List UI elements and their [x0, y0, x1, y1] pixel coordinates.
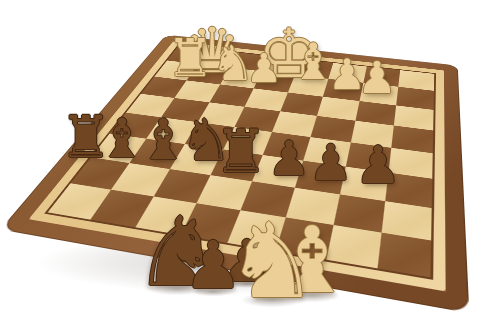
black-rook-d5: ♜ [214, 121, 268, 181]
white-knight-table: ♞ [225, 209, 318, 311]
pieces-layer: ♜♛♞♟♚♝♟♟♜♝♝♞♜♟♟♟♞♟♟♞♝ [0, 0, 500, 311]
black-pawn-b5: ♟ [309, 138, 354, 188]
white-rook-h2: ♜ [167, 32, 214, 84]
chess-set-photo: ♜♛♞♟♚♝♟♟♜♝♝♞♜♟♟♟♞♟♟♞♝ [0, 0, 500, 311]
black-pawn-c5: ♟ [267, 134, 310, 182]
white-pawn-e2: ♟ [246, 48, 282, 88]
white-pawn-a2: ♟ [357, 56, 396, 100]
black-pawn-a5: ♟ [355, 139, 402, 191]
